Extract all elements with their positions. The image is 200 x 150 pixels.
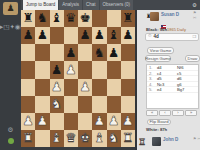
- white-pawn: ♟: [80, 81, 91, 94]
- square-f1[interactable]: ♝: [92, 130, 106, 147]
- square-e5[interactable]: [78, 61, 92, 78]
- square-b3[interactable]: [35, 96, 49, 113]
- square-b6[interactable]: [35, 44, 49, 61]
- white-queen: ♛: [65, 132, 76, 145]
- move-number: 2.: [149, 71, 157, 76]
- square-g2[interactable]: ♟: [107, 113, 121, 130]
- move-number: 1.: [149, 65, 157, 70]
- square-a2[interactable]: ♟: [21, 113, 35, 130]
- square-c7[interactable]: [50, 27, 64, 44]
- white-king: ♚: [80, 132, 91, 145]
- last-move-button[interactable]: »: [185, 110, 197, 116]
- first-move-button[interactable]: «: [146, 110, 158, 116]
- tab-jump-to-board[interactable]: Jump to Board: [23, 0, 58, 10]
- black-bishop: ♝: [51, 12, 62, 25]
- square-g8[interactable]: [107, 10, 121, 27]
- watch-icon[interactable]: ◉: [15, 23, 21, 30]
- resign-game-button[interactable]: Resign Game: [145, 55, 171, 62]
- black-rook: ♜: [23, 12, 34, 25]
- square-g1[interactable]: ♞: [107, 130, 121, 147]
- move-san[interactable]: d6: [177, 76, 197, 81]
- black-knight: ♞: [37, 12, 48, 25]
- square-a7[interactable]: ♟: [21, 27, 35, 44]
- square-g6[interactable]: ♟: [107, 44, 121, 61]
- square-g5[interactable]: [107, 61, 121, 78]
- black-bishop: ♝: [108, 29, 119, 42]
- app-logo-pawn-icon[interactable]: ♟: [3, 2, 18, 15]
- white-pawn: ♟: [37, 115, 48, 128]
- move-san[interactable]: c5: [177, 71, 197, 76]
- tab-analysis[interactable]: Analysis: [59, 0, 82, 10]
- move-number: 4.: [149, 82, 157, 87]
- black-rook: ♜: [122, 12, 133, 25]
- square-d6[interactable]: ♟: [64, 44, 78, 61]
- tab-observers-0[interactable]: Observers (0): [100, 0, 134, 10]
- square-f6[interactable]: ♞: [92, 44, 106, 61]
- online-indicator[interactable]: [8, 138, 14, 144]
- square-d1[interactable]: ♛: [64, 130, 78, 147]
- square-e7[interactable]: ♟: [78, 27, 92, 44]
- opponent-card-icons: ⚑ ✉: [193, 12, 196, 21]
- avatar[interactable]: [152, 137, 161, 146]
- opponent-rating: 1865 Daily: [167, 27, 186, 32]
- square-a8[interactable]: ♜: [21, 10, 35, 27]
- square-a5[interactable]: [21, 61, 35, 78]
- square-f8[interactable]: [92, 10, 106, 27]
- white-bishop: ♝: [51, 132, 62, 145]
- black-knight: ♞: [94, 47, 105, 60]
- chess-app-window: { "game": "chess", "position": { "fen": …: [0, 0, 200, 150]
- square-e2[interactable]: [78, 113, 92, 130]
- square-b8[interactable]: ♞: [35, 10, 49, 27]
- tab-bar: Jump to BoardAnalysisChatObservers (0) ⚙: [21, 0, 200, 10]
- clock-icon: ⏱: [148, 34, 152, 39]
- square-f5[interactable]: [92, 61, 106, 78]
- square-b4[interactable]: [35, 79, 49, 96]
- black-queen: ♛: [65, 12, 76, 25]
- square-b5[interactable]: [35, 61, 49, 78]
- square-b7[interactable]: ♟: [35, 27, 49, 44]
- move-san[interactable]: Bg7: [177, 87, 197, 92]
- challenge-flag-icon[interactable]: ⚑: [193, 138, 196, 142]
- square-g4[interactable]: [107, 79, 121, 96]
- expand-icon[interactable]: ❐: [192, 35, 196, 39]
- square-h2[interactable]: ♟: [121, 113, 135, 130]
- white-rook: ♜: [122, 132, 133, 145]
- clock-value: 4d: [154, 34, 159, 39]
- move-list[interactable]: 1.d4Nf62.c4c53.d5d64.Nc3g65.e4Bg7: [146, 64, 199, 109]
- white-knight: ♞: [51, 98, 62, 111]
- white-time-remaining: White: 87h: [146, 127, 167, 132]
- black-pawn: ♟: [37, 29, 48, 42]
- black-pawn: ♟: [23, 29, 34, 42]
- move-clock: ⏱ 4d ❐: [145, 33, 199, 41]
- square-e6[interactable]: [78, 44, 92, 61]
- white-bishop: ♝: [94, 132, 105, 145]
- opponent-name[interactable]: Susan D: [161, 12, 179, 17]
- white-knight: ♞: [108, 132, 119, 145]
- square-c4[interactable]: ♟: [50, 79, 64, 96]
- square-d7[interactable]: [64, 27, 78, 44]
- black-pawn: ♟: [65, 47, 76, 60]
- move-san[interactable]: c4: [157, 71, 177, 76]
- square-f7[interactable]: ♟: [92, 27, 106, 44]
- square-d3[interactable]: [64, 96, 78, 113]
- square-h7[interactable]: ♟: [121, 27, 135, 44]
- square-h6[interactable]: [121, 44, 135, 61]
- settings-icon[interactable]: ⚙: [8, 127, 14, 134]
- black-pawn: ♟: [94, 29, 105, 42]
- square-a6[interactable]: [21, 44, 35, 61]
- move-number: 3.: [149, 76, 157, 81]
- square-c8[interactable]: ♝: [50, 10, 64, 27]
- gear-icon[interactable]: ⚙: [192, 0, 197, 10]
- draw-button[interactable]: Draw: [185, 55, 200, 62]
- square-c6[interactable]: [50, 44, 64, 61]
- square-g3[interactable]: [107, 96, 121, 113]
- square-e8[interactable]: ♚: [78, 10, 92, 27]
- flip-board-button[interactable]: Flip Board: [147, 119, 171, 126]
- chess-board[interactable]: ♜♞♝♛♚♜♟♟♟♟♝♟♟♞♟♟♟♟♟♞♟♟♟♟♟♜♝♛♚♝♞♜: [21, 10, 135, 147]
- player-card-icons: ⚑ ✉: [193, 138, 200, 142]
- message-icon[interactable]: ✉: [193, 17, 196, 21]
- move-row[interactable]: 5.e4Bg7: [147, 87, 198, 93]
- square-c2[interactable]: [50, 113, 64, 130]
- square-b1[interactable]: [35, 130, 49, 147]
- white-pawn: ♟: [23, 115, 34, 128]
- message-icon[interactable]: ✉: [197, 138, 200, 142]
- square-c5[interactable]: ♟: [50, 61, 64, 78]
- white-pawn: ♟: [122, 115, 133, 128]
- square-h1[interactable]: ♜: [121, 130, 135, 147]
- square-f4[interactable]: [92, 79, 106, 96]
- square-d8[interactable]: ♛: [64, 10, 78, 27]
- move-pagination: «‹›»: [146, 110, 197, 116]
- white-pawn: ♟: [94, 115, 105, 128]
- square-f3[interactable]: [92, 96, 106, 113]
- move-san[interactable]: d4: [157, 65, 177, 70]
- square-d5[interactable]: ♟: [64, 61, 78, 78]
- square-e4[interactable]: ♟: [78, 79, 92, 96]
- white-pawn: ♟: [108, 115, 119, 128]
- tab-bar-tabs: Jump to BoardAnalysisChatObservers (0): [23, 0, 133, 10]
- black-pawn: ♟: [51, 64, 62, 77]
- square-d4[interactable]: [64, 79, 78, 96]
- sidebar: ♟ ⌂▶◳✦◉▤ ⚙: [0, 0, 21, 150]
- move-san[interactable]: e4: [157, 87, 177, 92]
- square-e1[interactable]: ♚: [78, 130, 92, 147]
- square-b2[interactable]: ♟: [35, 113, 49, 130]
- game-panel: ♜ Susan D 1865 Daily ⚑ ✉ Black: 96h ⏱ 4d…: [135, 10, 200, 150]
- tab-chat[interactable]: Chat: [83, 0, 99, 10]
- avatar[interactable]: [150, 12, 159, 21]
- square-h3[interactable]: [121, 96, 135, 113]
- white-pawn: ♟: [51, 81, 62, 94]
- white-pawn: ♟: [65, 64, 76, 77]
- square-c3[interactable]: ♞: [50, 96, 64, 113]
- square-a3[interactable]: [21, 96, 35, 113]
- square-e3[interactable]: [78, 96, 92, 113]
- black-king: ♚: [80, 12, 91, 25]
- sidebar-bottom-icons: ⚙: [8, 122, 14, 145]
- square-g7[interactable]: ♝: [107, 27, 121, 44]
- prev-move-button[interactable]: ‹: [159, 110, 171, 116]
- move-san[interactable]: d5: [157, 76, 177, 81]
- square-h4[interactable]: [121, 79, 135, 96]
- player-name[interactable]: John D: [163, 137, 178, 142]
- white-rook: ♜: [23, 132, 34, 145]
- next-move-button[interactable]: ›: [172, 110, 184, 116]
- square-h8[interactable]: ♜: [121, 10, 135, 27]
- move-san[interactable]: Nc3: [157, 82, 177, 87]
- square-f2[interactable]: ♟: [92, 113, 106, 130]
- view-game-button[interactable]: View Game: [147, 47, 174, 54]
- move-number: 5.: [149, 87, 157, 92]
- square-a4[interactable]: [21, 79, 35, 96]
- white-piece-indicator-icon: ♖: [138, 138, 146, 147]
- black-time-remaining: Black: 96h: [146, 27, 167, 32]
- move-san[interactable]: g6: [177, 82, 197, 87]
- square-d2[interactable]: [64, 113, 78, 130]
- black-pawn: ♟: [80, 29, 91, 42]
- black-pawn: ♟: [108, 47, 119, 60]
- square-a1[interactable]: ♜: [21, 130, 35, 147]
- move-san[interactable]: Nf6: [177, 65, 197, 70]
- square-c1[interactable]: ♝: [50, 130, 64, 147]
- black-pawn: ♟: [122, 29, 133, 42]
- square-h5[interactable]: [121, 61, 135, 78]
